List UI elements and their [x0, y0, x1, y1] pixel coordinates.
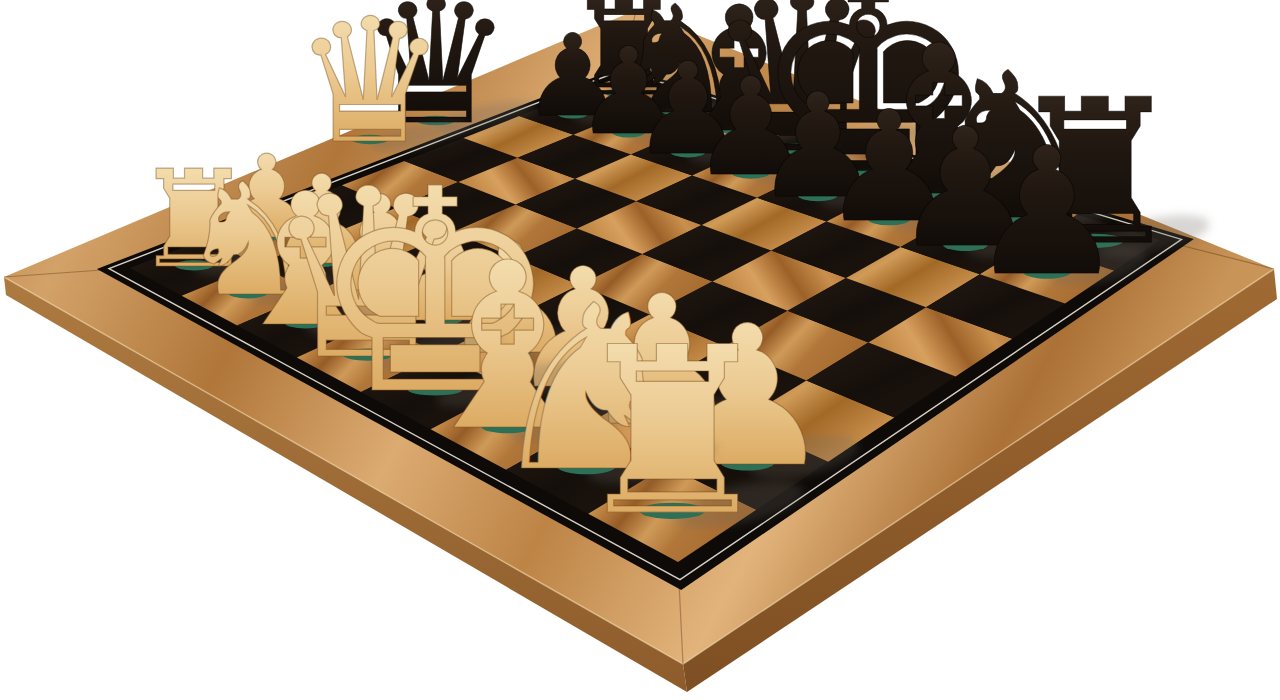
chess-board: ♜♞♟♛♝♟♛♛♟♚♟♝♟♞♟♟♜♟♟♜♟♟♞♟♝♟♛♟♚♟♝♟♞♜ [0, 0, 1280, 700]
chess-set-photo: ♜♞♟♛♝♟♛♛♟♚♟♝♟♞♟♟♜♟♟♜♟♟♞♟♝♟♛♟♚♟♝♟♞♜ [0, 0, 1280, 700]
black-pawn-glyph: ♟ [968, 110, 1126, 315]
white-rook-h1[interactable]: ♜ [569, 298, 808, 566]
white-rook-glyph: ♜ [569, 298, 776, 566]
black-pawn-h7[interactable]: ♟ [968, 110, 1151, 315]
pieces-layer: ♜♞♟♛♝♟♛♛♟♚♟♝♟♞♟♟♜♟♟♜♟♟♞♟♝♟♛♟♚♟♝♟♞♜ [134, 0, 1213, 566]
